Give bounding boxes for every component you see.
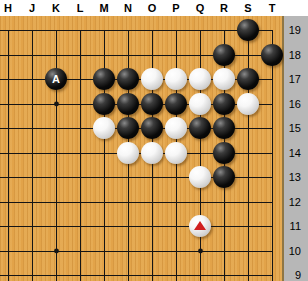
black-stone-N17 <box>117 68 139 90</box>
go-board-viewer: HJKLMNOPQRST A 191817161514131211109 <box>0 0 308 281</box>
column-label-J: J <box>22 1 42 15</box>
black-stone-S17 <box>237 68 259 90</box>
column-label-L: L <box>70 1 90 15</box>
white-stone-Q16 <box>189 93 211 115</box>
black-stone-M17 <box>93 68 115 90</box>
white-stone-N14 <box>117 142 139 164</box>
white-stone-Q11 <box>189 215 211 237</box>
column-label-T: T <box>262 1 282 15</box>
black-stone-S19 <box>237 19 259 41</box>
column-label-Q: Q <box>190 1 210 15</box>
white-stone-M15 <box>93 117 115 139</box>
black-stone-R14 <box>213 142 235 164</box>
black-stone-R15 <box>213 117 235 139</box>
row-label-18: 18 <box>284 48 301 62</box>
column-label-K: K <box>46 1 66 15</box>
row-label-17: 17 <box>284 72 301 86</box>
row-label-15: 15 <box>284 121 301 135</box>
black-stone-N16 <box>117 93 139 115</box>
black-stone-R16 <box>213 93 235 115</box>
row-label-9: 9 <box>284 268 301 281</box>
row-label-16: 16 <box>284 97 301 111</box>
column-label-S: S <box>238 1 258 15</box>
column-labels: HJKLMNOPQRST <box>0 0 308 16</box>
white-stone-R17 <box>213 68 235 90</box>
black-stone-Q15 <box>189 117 211 139</box>
white-stone-P14 <box>165 142 187 164</box>
column-label-R: R <box>214 1 234 15</box>
stone-move-label: A <box>52 73 60 85</box>
white-stone-P15 <box>165 117 187 139</box>
row-label-14: 14 <box>284 146 301 160</box>
last-move-triangle-icon <box>194 221 206 230</box>
column-label-H: H <box>0 1 18 15</box>
white-stone-O14 <box>141 142 163 164</box>
black-stone-T18 <box>261 44 283 66</box>
white-stone-P17 <box>165 68 187 90</box>
column-label-P: P <box>166 1 186 15</box>
black-stone-P16 <box>165 93 187 115</box>
row-label-11: 11 <box>284 219 301 233</box>
row-label-19: 19 <box>284 23 301 37</box>
white-stone-S16 <box>237 93 259 115</box>
row-label-12: 12 <box>284 195 301 209</box>
white-stone-Q17 <box>189 68 211 90</box>
black-stone-O16 <box>141 93 163 115</box>
column-label-M: M <box>94 1 114 15</box>
row-labels: 191817161514131211109 <box>284 16 308 281</box>
row-label-10: 10 <box>284 244 301 258</box>
black-stone-O15 <box>141 117 163 139</box>
black-stone-R18 <box>213 44 235 66</box>
black-stone-N15 <box>117 117 139 139</box>
black-stone-R13 <box>213 166 235 188</box>
column-label-N: N <box>118 1 138 15</box>
black-stone-M16 <box>93 93 115 115</box>
black-stone-K17: A <box>45 68 67 90</box>
white-stone-O17 <box>141 68 163 90</box>
row-label-13: 13 <box>284 170 301 184</box>
white-stone-Q13 <box>189 166 211 188</box>
column-label-O: O <box>142 1 162 15</box>
go-board[interactable]: A <box>0 16 284 281</box>
